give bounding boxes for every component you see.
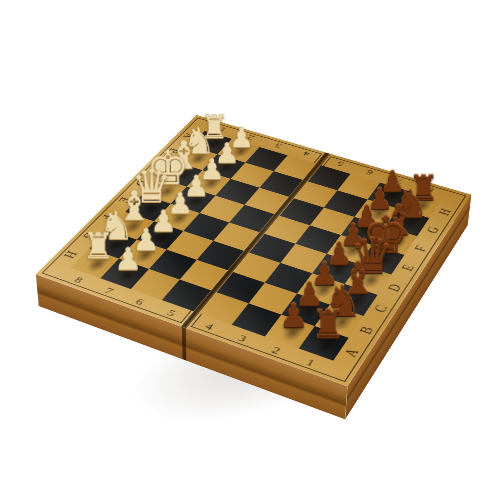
light-pawn-glyph: ♟ [90, 244, 167, 275]
piece-light-pawn-a7[interactable]: ♟ [100, 259, 149, 289]
chess-set-photo-scene: HGFEDCBAABCDEFGH8765432112345678 ♜♞♝♛♚♝♞… [0, 0, 500, 500]
dark-rook-glyph: ♜ [287, 306, 369, 345]
piece-dark-rook-a1[interactable]: ♜ [299, 326, 349, 361]
